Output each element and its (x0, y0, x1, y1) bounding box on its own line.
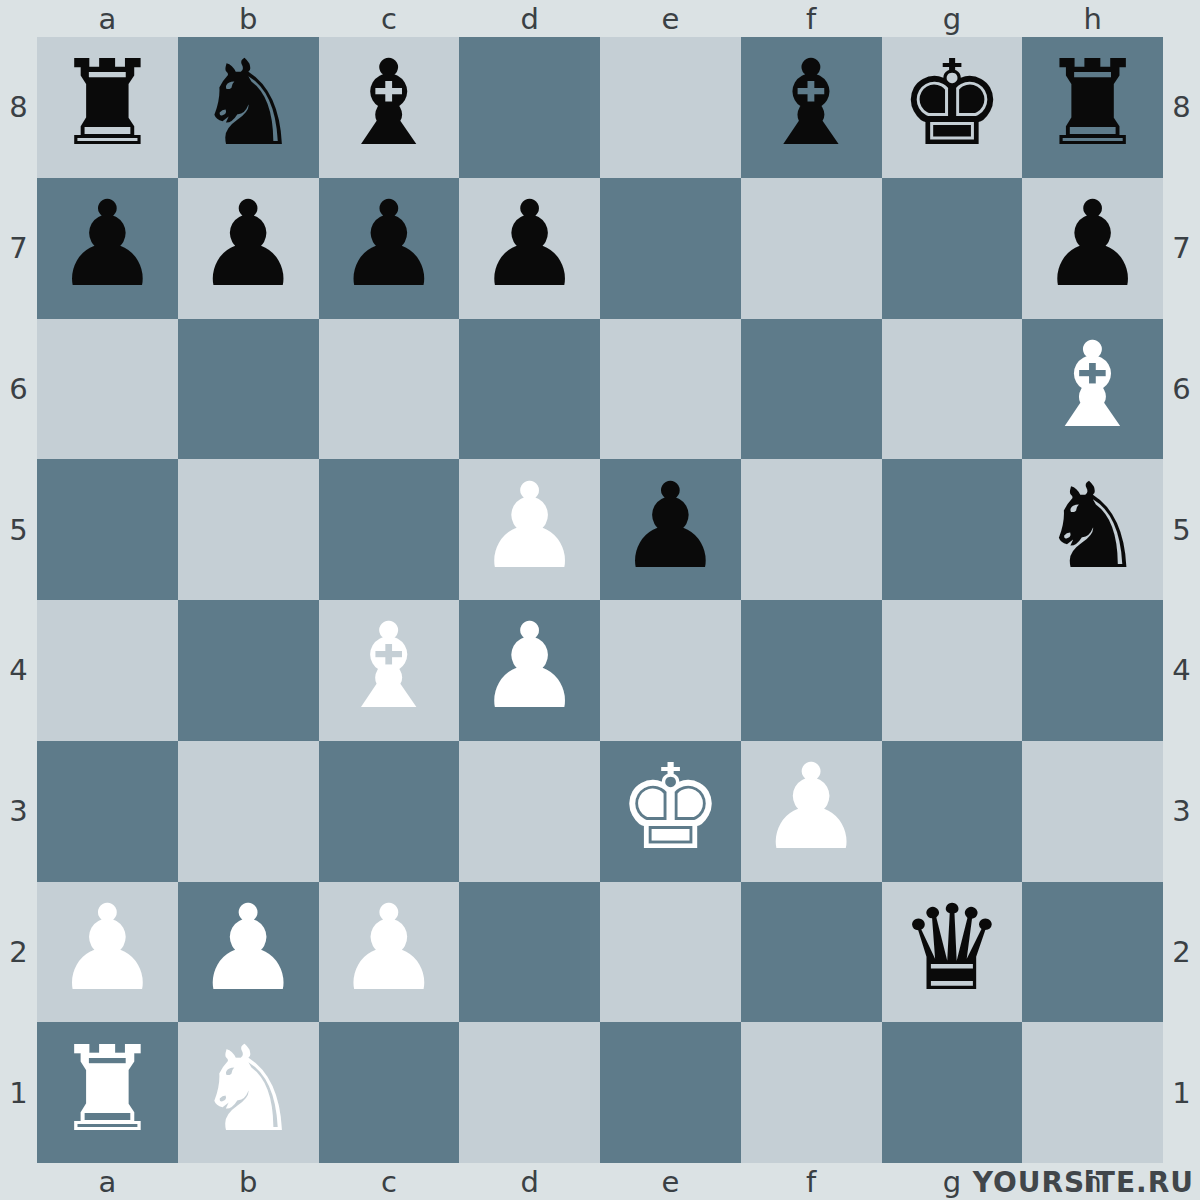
rank-label-4-right: 4 (1163, 600, 1200, 741)
rank-label-8-left: 8 (0, 37, 37, 178)
piece-white-bishop[interactable]: ♝ (1040, 326, 1146, 444)
chess-board-frame: abcdefgh8♜♞♝♝♚♜87♟♟♟♟♟76♝65♟♟♞54♝♟43♚♟32… (0, 0, 1200, 1200)
square-f6[interactable] (741, 319, 882, 460)
square-b3[interactable] (178, 741, 319, 882)
file-label-e-bottom: e (600, 1163, 741, 1200)
square-f5[interactable] (741, 459, 882, 600)
square-g4[interactable] (882, 600, 1023, 741)
piece-white-pawn[interactable]: ♟ (758, 748, 864, 866)
rank-label-4-left: 4 (0, 600, 37, 741)
corner (1163, 0, 1200, 37)
piece-black-pawn[interactable]: ♟ (477, 185, 583, 303)
file-label-h-top: h (1022, 0, 1163, 37)
square-a5[interactable] (37, 459, 178, 600)
square-b7[interactable]: ♟ (178, 178, 319, 319)
file-label-b-top: b (178, 0, 319, 37)
square-a3[interactable] (37, 741, 178, 882)
square-b6[interactable] (178, 319, 319, 460)
rank-label-8-right: 8 (1163, 37, 1200, 178)
square-d8[interactable] (459, 37, 600, 178)
square-d7[interactable]: ♟ (459, 178, 600, 319)
square-g2[interactable]: ♛ (882, 882, 1023, 1023)
square-g6[interactable] (882, 319, 1023, 460)
piece-white-pawn[interactable]: ♟ (336, 889, 442, 1007)
square-c5[interactable] (319, 459, 460, 600)
rank-label-5-left: 5 (0, 459, 37, 600)
file-label-b-bottom: b (178, 1163, 319, 1200)
square-e7[interactable] (600, 178, 741, 319)
square-h6[interactable]: ♝ (1022, 319, 1163, 460)
piece-white-pawn[interactable]: ♟ (195, 889, 301, 1007)
square-b5[interactable] (178, 459, 319, 600)
square-h1[interactable] (1022, 1022, 1163, 1163)
piece-white-pawn[interactable]: ♟ (477, 607, 583, 725)
square-f8[interactable]: ♝ (741, 37, 882, 178)
square-c1[interactable] (319, 1022, 460, 1163)
piece-white-knight[interactable]: ♞ (195, 1030, 301, 1148)
rank-label-7-right: 7 (1163, 178, 1200, 319)
square-e5[interactable]: ♟ (600, 459, 741, 600)
square-a8[interactable]: ♜ (37, 37, 178, 178)
square-h5[interactable]: ♞ (1022, 459, 1163, 600)
piece-black-rook[interactable]: ♜ (54, 44, 160, 162)
square-g8[interactable]: ♚ (882, 37, 1023, 178)
square-d2[interactable] (459, 882, 600, 1023)
square-e2[interactable] (600, 882, 741, 1023)
watermark: YOURSiTE.RU (973, 1166, 1194, 1199)
square-e6[interactable] (600, 319, 741, 460)
piece-black-pawn[interactable]: ♟ (617, 467, 723, 585)
square-a6[interactable] (37, 319, 178, 460)
rank-label-1-left: 1 (0, 1022, 37, 1163)
rank-label-5-right: 5 (1163, 459, 1200, 600)
corner (0, 1163, 37, 1200)
rank-label-6-left: 6 (0, 319, 37, 460)
rank-label-3-right: 3 (1163, 741, 1200, 882)
square-b2[interactable]: ♟ (178, 882, 319, 1023)
file-label-f-bottom: f (741, 1163, 882, 1200)
piece-black-king[interactable]: ♚ (899, 44, 1005, 162)
square-h2[interactable] (1022, 882, 1163, 1023)
piece-black-pawn[interactable]: ♟ (195, 185, 301, 303)
file-label-g-top: g (882, 0, 1023, 37)
square-a1[interactable]: ♜ (37, 1022, 178, 1163)
rank-label-1-right: 1 (1163, 1022, 1200, 1163)
piece-black-pawn[interactable]: ♟ (54, 185, 160, 303)
square-c4[interactable]: ♝ (319, 600, 460, 741)
square-h3[interactable] (1022, 741, 1163, 882)
piece-white-rook[interactable]: ♜ (54, 1030, 160, 1148)
file-label-c-bottom: c (319, 1163, 460, 1200)
square-e3[interactable]: ♚ (600, 741, 741, 882)
square-c7[interactable]: ♟ (319, 178, 460, 319)
file-label-d-bottom: d (459, 1163, 600, 1200)
file-label-a-top: a (37, 0, 178, 37)
piece-black-knight[interactable]: ♞ (1040, 467, 1146, 585)
square-d5[interactable]: ♟ (459, 459, 600, 600)
square-f3[interactable]: ♟ (741, 741, 882, 882)
square-d4[interactable]: ♟ (459, 600, 600, 741)
piece-black-queen[interactable]: ♛ (899, 889, 1005, 1007)
square-e4[interactable] (600, 600, 741, 741)
square-h8[interactable]: ♜ (1022, 37, 1163, 178)
piece-black-rook[interactable]: ♜ (1040, 44, 1146, 162)
piece-white-pawn[interactable]: ♟ (477, 467, 583, 585)
square-h4[interactable] (1022, 600, 1163, 741)
rank-label-3-left: 3 (0, 741, 37, 882)
square-a7[interactable]: ♟ (37, 178, 178, 319)
square-g3[interactable] (882, 741, 1023, 882)
square-f7[interactable] (741, 178, 882, 319)
file-label-c-top: c (319, 0, 460, 37)
square-d1[interactable] (459, 1022, 600, 1163)
square-g1[interactable] (882, 1022, 1023, 1163)
piece-white-pawn[interactable]: ♟ (54, 889, 160, 1007)
piece-black-pawn[interactable]: ♟ (1040, 185, 1146, 303)
file-label-a-bottom: a (37, 1163, 178, 1200)
file-label-d-top: d (459, 0, 600, 37)
square-e8[interactable] (600, 37, 741, 178)
square-c6[interactable] (319, 319, 460, 460)
piece-white-king[interactable]: ♚ (617, 748, 723, 866)
square-a4[interactable] (37, 600, 178, 741)
square-b4[interactable] (178, 600, 319, 741)
piece-black-bishop[interactable]: ♝ (758, 44, 864, 162)
piece-white-bishop[interactable]: ♝ (336, 607, 442, 725)
rank-label-2-right: 2 (1163, 882, 1200, 1023)
square-e1[interactable] (600, 1022, 741, 1163)
square-d6[interactable] (459, 319, 600, 460)
rank-label-2-left: 2 (0, 882, 37, 1023)
corner (0, 0, 37, 37)
piece-black-bishop[interactable]: ♝ (336, 44, 442, 162)
square-f1[interactable] (741, 1022, 882, 1163)
square-g7[interactable] (882, 178, 1023, 319)
square-a2[interactable]: ♟ (37, 882, 178, 1023)
square-g5[interactable] (882, 459, 1023, 600)
square-d3[interactable] (459, 741, 600, 882)
piece-black-knight[interactable]: ♞ (195, 44, 301, 162)
file-label-e-top: e (600, 0, 741, 37)
rank-label-7-left: 7 (0, 178, 37, 319)
file-label-f-top: f (741, 0, 882, 37)
piece-black-pawn[interactable]: ♟ (336, 185, 442, 303)
square-b8[interactable]: ♞ (178, 37, 319, 178)
rank-label-6-right: 6 (1163, 319, 1200, 460)
square-f4[interactable] (741, 600, 882, 741)
square-c3[interactable] (319, 741, 460, 882)
square-h7[interactable]: ♟ (1022, 178, 1163, 319)
square-c2[interactable]: ♟ (319, 882, 460, 1023)
square-b1[interactable]: ♞ (178, 1022, 319, 1163)
square-f2[interactable] (741, 882, 882, 1023)
square-c8[interactable]: ♝ (319, 37, 460, 178)
